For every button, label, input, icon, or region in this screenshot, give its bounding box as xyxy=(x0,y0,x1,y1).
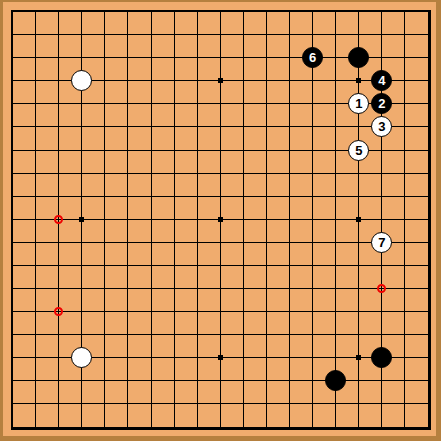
hoshi-dot xyxy=(356,355,361,360)
hoshi-dot xyxy=(79,217,84,222)
hoshi-dot xyxy=(218,217,223,222)
hoshi-dot xyxy=(218,355,223,360)
white-stone: 5 xyxy=(348,140,369,161)
hoshi-dot xyxy=(218,78,223,83)
hoshi-dot xyxy=(356,78,361,83)
hoshi-dot xyxy=(356,217,361,222)
move-number: 1 xyxy=(355,97,362,110)
move-number: 4 xyxy=(378,74,385,87)
move-number: 5 xyxy=(355,144,362,157)
move-number: 3 xyxy=(378,120,385,133)
red-circle-marker xyxy=(54,215,63,224)
go-board: 1234567 xyxy=(0,0,441,441)
move-number: 2 xyxy=(378,97,385,110)
go-diagram: 1234567 xyxy=(0,0,441,441)
move-number: 6 xyxy=(309,51,316,64)
move-number: 7 xyxy=(378,236,385,249)
